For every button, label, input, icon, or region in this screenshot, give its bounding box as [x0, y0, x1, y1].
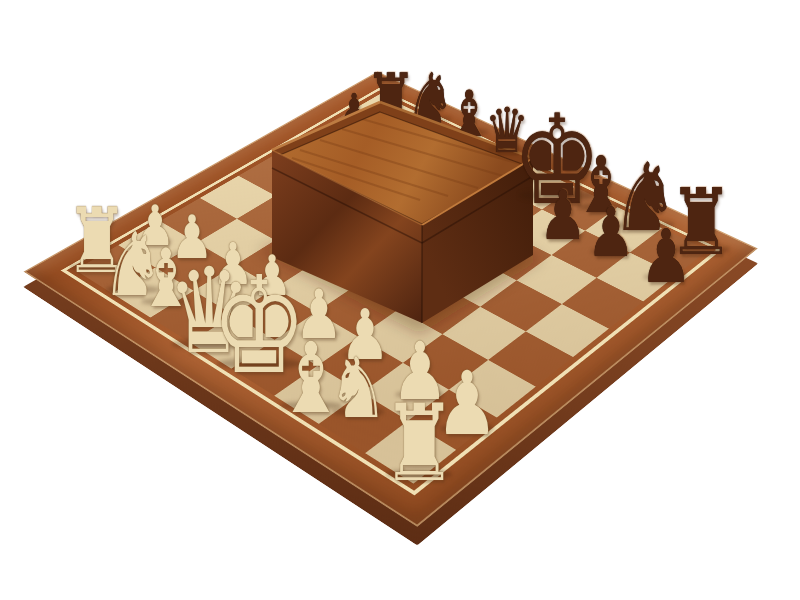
chess-piece-white-rook-h1[interactable]: ♜: [381, 391, 457, 497]
scene: ♟♜♞♝: [0, 0, 800, 600]
chess-piece-black-pawn-g7[interactable]: ♟: [587, 199, 636, 267]
chess-piece-black-pawn-h7[interactable]: ♟: [639, 219, 692, 293]
chess-piece-black-pawn-f7[interactable]: ♟: [539, 182, 588, 250]
chess-set-photo: { "game": "chess", "title": "Wooden ches…: [0, 0, 800, 600]
chess-piece-white-knight-g1[interactable]: ♞: [328, 346, 388, 430]
